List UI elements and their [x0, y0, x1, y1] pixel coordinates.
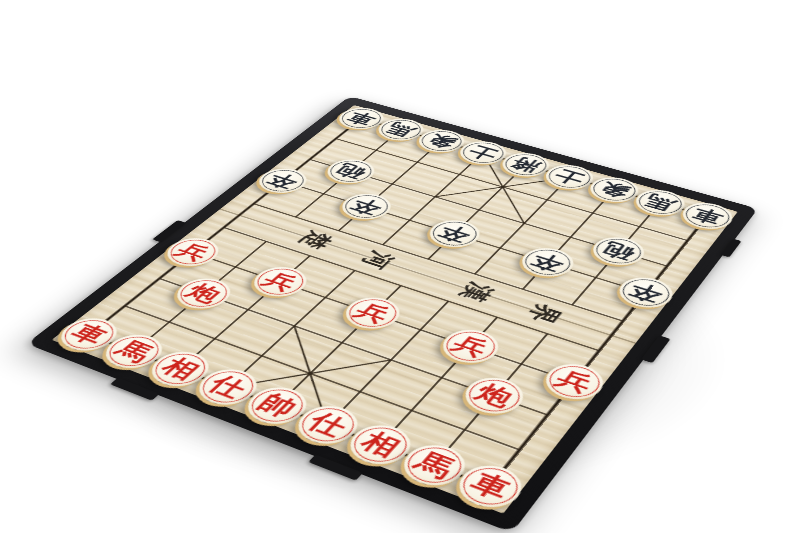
xiangqi-set: 楚 河 漢 界 車馬象士將士象馬車砲砲卒卒卒卒卒兵兵兵兵兵炮炮車馬相仕帥仕相馬車	[26, 96, 758, 533]
photo-background: 楚 河 漢 界 車馬象士將士象馬車砲砲卒卒卒卒卒兵兵兵兵兵炮炮車馬相仕帥仕相馬車	[0, 0, 800, 533]
pieces-layer: 車馬象士將士象馬車砲砲卒卒卒卒卒兵兵兵兵兵炮炮車馬相仕帥仕相馬車	[48, 104, 741, 517]
